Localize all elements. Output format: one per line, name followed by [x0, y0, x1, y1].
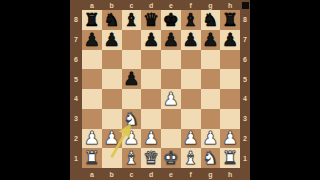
square-f1[interactable]: ♝	[181, 148, 201, 168]
rank-label-5: 5	[240, 69, 250, 89]
black-pawn: ♟	[202, 30, 218, 48]
file-label-a: a	[82, 0, 102, 10]
square-e4[interactable]: ♟	[161, 89, 181, 109]
file-label-d: d	[141, 0, 161, 10]
square-f8[interactable]: ♝	[181, 10, 201, 30]
square-e8[interactable]: ♚	[161, 10, 181, 30]
video-frame: abcdefgh abcdefgh 87654321 87654321 ♜♞♝♛…	[0, 0, 320, 180]
square-c8[interactable]: ♝	[122, 10, 142, 30]
black-pawn: ♟	[143, 30, 159, 48]
rank-label-2: 2	[70, 129, 82, 149]
square-h8[interactable]: ♜	[220, 10, 240, 30]
square-e7[interactable]: ♟	[161, 30, 181, 50]
square-b5[interactable]	[102, 69, 122, 89]
square-c4[interactable]	[122, 89, 142, 109]
rank-label-4: 4	[70, 89, 82, 109]
square-g1[interactable]: ♞	[201, 148, 221, 168]
file-labels-top: abcdefgh	[82, 0, 240, 10]
square-b2[interactable]: ♟	[102, 129, 122, 149]
rank-label-3: 3	[240, 109, 250, 129]
file-label-e: e	[161, 0, 181, 10]
black-queen: ♛	[143, 10, 159, 28]
square-g5[interactable]	[201, 69, 221, 89]
file-labels-bottom: abcdefgh	[82, 168, 240, 180]
chess-board: ♜♞♝♛♚♝♞♜♟♟♟♟♟♟♟♟♟♞♟♟♟♟♟♟♟♜♝♛♚♝♞♜	[82, 10, 240, 168]
file-label-h: h	[220, 168, 240, 180]
white-bishop: ♝	[123, 149, 139, 167]
square-a2[interactable]: ♟	[82, 129, 102, 149]
file-label-c: c	[122, 168, 142, 180]
rank-label-7: 7	[70, 30, 82, 50]
square-c5[interactable]: ♟	[122, 69, 142, 89]
black-pawn: ♟	[222, 30, 238, 48]
square-e5[interactable]	[161, 69, 181, 89]
white-knight: ♞	[202, 149, 218, 167]
square-a8[interactable]: ♜	[82, 10, 102, 30]
black-knight: ♞	[202, 10, 218, 28]
square-g3[interactable]	[201, 109, 221, 129]
square-d8[interactable]: ♛	[141, 10, 161, 30]
black-bishop: ♝	[183, 10, 199, 28]
rank-label-6: 6	[70, 50, 82, 70]
white-knight: ♞	[123, 109, 139, 127]
square-d5[interactable]	[141, 69, 161, 89]
square-c6[interactable]	[122, 50, 142, 70]
square-f3[interactable]	[181, 109, 201, 129]
black-pawn: ♟	[123, 70, 139, 88]
file-label-g: g	[201, 168, 221, 180]
black-rook: ♜	[84, 10, 100, 28]
square-g2[interactable]: ♟	[201, 129, 221, 149]
square-b8[interactable]: ♞	[102, 10, 122, 30]
square-c7[interactable]	[122, 30, 142, 50]
square-a4[interactable]	[82, 89, 102, 109]
white-rook: ♜	[84, 149, 100, 167]
file-label-a: a	[82, 168, 102, 180]
rank-label-3: 3	[70, 109, 82, 129]
square-h6[interactable]	[220, 50, 240, 70]
rank-label-1: 1	[70, 148, 82, 168]
white-bishop: ♝	[183, 149, 199, 167]
square-b7[interactable]: ♟	[102, 30, 122, 50]
square-g4[interactable]	[201, 89, 221, 109]
black-pawn: ♟	[163, 30, 179, 48]
file-label-b: b	[102, 168, 122, 180]
square-a3[interactable]	[82, 109, 102, 129]
rank-label-4: 4	[240, 89, 250, 109]
square-g8[interactable]: ♞	[201, 10, 221, 30]
black-knight: ♞	[104, 10, 120, 28]
white-pawn: ♟	[84, 129, 100, 147]
white-rook: ♜	[222, 149, 238, 167]
square-h3[interactable]	[220, 109, 240, 129]
square-b1[interactable]	[102, 148, 122, 168]
file-label-b: b	[102, 0, 122, 10]
white-queen: ♛	[143, 149, 159, 167]
square-d7[interactable]: ♟	[141, 30, 161, 50]
square-h2[interactable]: ♟	[220, 129, 240, 149]
rank-labels-left: 87654321	[70, 10, 82, 168]
rank-label-6: 6	[240, 50, 250, 70]
file-label-e: e	[161, 168, 181, 180]
black-rook: ♜	[222, 10, 238, 28]
file-label-h: h	[220, 0, 240, 10]
square-e1[interactable]: ♚	[161, 148, 181, 168]
square-g7[interactable]: ♟	[201, 30, 221, 50]
black-to-move-indicator	[242, 2, 249, 9]
square-a5[interactable]	[82, 69, 102, 89]
square-d3[interactable]	[141, 109, 161, 129]
square-a7[interactable]: ♟	[82, 30, 102, 50]
square-h7[interactable]: ♟	[220, 30, 240, 50]
square-d4[interactable]	[141, 89, 161, 109]
white-pawn: ♟	[183, 129, 199, 147]
file-label-d: d	[141, 168, 161, 180]
square-c2[interactable]: ♟	[122, 129, 142, 149]
square-a6[interactable]	[82, 50, 102, 70]
square-e6[interactable]	[161, 50, 181, 70]
black-pawn: ♟	[84, 30, 100, 48]
rank-labels-right: 87654321	[240, 10, 250, 168]
square-f7[interactable]: ♟	[181, 30, 201, 50]
square-f6[interactable]	[181, 50, 201, 70]
square-a1[interactable]: ♜	[82, 148, 102, 168]
rank-label-8: 8	[70, 10, 82, 30]
black-bishop: ♝	[123, 10, 139, 28]
square-g6[interactable]	[201, 50, 221, 70]
square-b6[interactable]	[102, 50, 122, 70]
square-d1[interactable]: ♛	[141, 148, 161, 168]
file-label-f: f	[181, 0, 201, 10]
square-f5[interactable]	[181, 69, 201, 89]
file-label-f: f	[181, 168, 201, 180]
square-b4[interactable]	[102, 89, 122, 109]
file-label-g: g	[201, 0, 221, 10]
white-pawn: ♟	[123, 129, 139, 147]
white-pawn: ♟	[222, 129, 238, 147]
white-pawn: ♟	[104, 129, 120, 147]
black-pawn: ♟	[183, 30, 199, 48]
rank-label-1: 1	[240, 148, 250, 168]
square-c3[interactable]: ♞	[122, 109, 142, 129]
white-king: ♚	[163, 149, 179, 167]
square-e3[interactable]	[161, 109, 181, 129]
file-label-c: c	[122, 0, 142, 10]
white-pawn: ♟	[202, 129, 218, 147]
square-h4[interactable]	[220, 89, 240, 109]
white-pawn: ♟	[163, 89, 179, 107]
black-king: ♚	[163, 10, 179, 28]
rank-label-5: 5	[70, 69, 82, 89]
square-h5[interactable]	[220, 69, 240, 89]
square-f4[interactable]	[181, 89, 201, 109]
square-f2[interactable]: ♟	[181, 129, 201, 149]
white-pawn: ♟	[143, 129, 159, 147]
rank-label-2: 2	[240, 129, 250, 149]
square-h1[interactable]: ♜	[220, 148, 240, 168]
square-e2[interactable]	[161, 129, 181, 149]
rank-label-8: 8	[240, 10, 250, 30]
black-pawn: ♟	[104, 30, 120, 48]
square-c1[interactable]: ♝	[122, 148, 142, 168]
square-d2[interactable]: ♟	[141, 129, 161, 149]
rank-label-7: 7	[240, 30, 250, 50]
chess-board-frame: abcdefgh abcdefgh 87654321 87654321 ♜♞♝♛…	[70, 0, 250, 180]
square-b3[interactable]	[102, 109, 122, 129]
square-d6[interactable]	[141, 50, 161, 70]
